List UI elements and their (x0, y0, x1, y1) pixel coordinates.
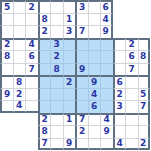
cell-r7c8[interactable] (100, 88, 113, 101)
cell-r2c8[interactable]: 9 (100, 25, 113, 38)
given-digit: 6 (117, 78, 123, 87)
given-digit: 8 (4, 52, 10, 61)
cell-r4c9[interactable] (113, 50, 126, 63)
cell-r5c5[interactable] (63, 63, 76, 76)
cell-r4c3[interactable] (38, 50, 51, 63)
cell-r10c6[interactable]: 2 (75, 125, 88, 138)
cell-r8c4[interactable] (50, 100, 63, 113)
cell-r10c3[interactable]: 8 (38, 125, 51, 138)
cell-r1c3[interactable]: 8 (38, 13, 51, 26)
cell-r1c6[interactable] (75, 13, 88, 26)
cell-r8c11[interactable]: 7 (138, 100, 151, 113)
cell-r8c1[interactable]: 4 (13, 100, 26, 113)
outside-area (113, 25, 126, 38)
cell-r10c10[interactable] (125, 125, 138, 138)
outside-area (125, 13, 138, 26)
given-digit: 4 (29, 40, 35, 49)
cell-r3c9[interactable] (113, 38, 126, 51)
cell-r10c4[interactable] (50, 125, 63, 138)
cell-r6c8[interactable] (100, 75, 113, 88)
cell-r6c4[interactable] (50, 75, 63, 88)
cell-r5c2[interactable]: 7 (25, 63, 38, 76)
cell-r5c8[interactable] (100, 63, 113, 76)
cell-r4c6[interactable] (75, 50, 88, 63)
cell-r8c3[interactable] (38, 100, 51, 113)
cell-r5c10[interactable]: 7 (125, 63, 138, 76)
cell-r2c2[interactable] (25, 25, 38, 38)
cell-r0c8[interactable]: 6 (100, 0, 113, 13)
given-digit: 7 (140, 102, 146, 111)
outside-area (13, 125, 26, 138)
cell-r6c7[interactable]: 9 (88, 75, 101, 88)
cell-r9c11[interactable] (138, 113, 151, 126)
given-digit: 4 (117, 139, 123, 148)
cell-r10c7[interactable] (88, 125, 101, 138)
cell-r7c9[interactable]: 2 (113, 88, 126, 101)
given-digit: 3 (117, 102, 123, 111)
outside-area (138, 0, 151, 13)
given-digit: 8 (42, 127, 48, 136)
cell-r2c0[interactable] (0, 25, 13, 38)
cell-r11c10[interactable] (125, 138, 138, 151)
cell-r9c3[interactable]: 2 (38, 113, 51, 126)
cell-r8c5[interactable] (63, 100, 76, 113)
cell-r4c0[interactable]: 8 (0, 50, 13, 63)
cell-r3c8[interactable] (100, 38, 113, 51)
outside-area (25, 113, 38, 126)
cell-r1c0[interactable] (0, 13, 13, 26)
given-digit: 7 (79, 27, 85, 36)
cell-r0c4[interactable] (50, 0, 63, 13)
cell-r10c11[interactable] (138, 125, 151, 138)
cell-r11c4[interactable] (50, 138, 63, 151)
given-digit: 3 (79, 3, 85, 12)
cell-r10c9[interactable] (113, 125, 126, 138)
given-digit: 5 (140, 90, 146, 99)
outside-area (25, 125, 38, 138)
given-digit: 1 (66, 115, 72, 124)
cell-r11c9[interactable]: 4 (113, 138, 126, 151)
given-digit: 6 (29, 52, 35, 61)
cell-r6c2[interactable] (25, 75, 38, 88)
cell-r6c11[interactable] (138, 75, 151, 88)
cell-r11c3[interactable]: 7 (38, 138, 51, 151)
cell-r8c7[interactable]: 6 (88, 100, 101, 113)
cell-r1c4[interactable] (50, 13, 63, 26)
cell-r6c6[interactable] (75, 75, 88, 88)
cell-r1c2[interactable] (25, 13, 38, 26)
cell-r6c1[interactable]: 8 (13, 75, 26, 88)
cell-r4c4[interactable]: 2 (50, 50, 63, 63)
cell-r5c6[interactable]: 9 (75, 63, 88, 76)
outside-area (125, 0, 138, 13)
cell-r8c2[interactable] (25, 100, 38, 113)
given-digit: 2 (42, 115, 48, 124)
cell-r7c0[interactable]: 9 (0, 88, 13, 101)
cell-r3c7[interactable] (88, 38, 101, 51)
given-digit: 3 (66, 27, 72, 36)
cell-r4c10[interactable]: 6 (125, 50, 138, 63)
cell-r8c0[interactable] (0, 100, 13, 113)
given-digit: 2 (54, 52, 60, 61)
cell-r4c2[interactable]: 6 (25, 50, 38, 63)
given-digit: 2 (29, 3, 35, 12)
cell-r4c5[interactable] (63, 50, 76, 63)
given-digit: 8 (54, 65, 60, 74)
given-digit: 7 (42, 139, 48, 148)
cell-r6c9[interactable]: 6 (113, 75, 126, 88)
outside-area (125, 25, 138, 38)
cell-r0c5[interactable] (63, 0, 76, 13)
outside-area (138, 13, 151, 26)
cell-r0c7[interactable] (88, 0, 101, 13)
sudoku-board: 5236814237924328626878978296924254637217… (0, 0, 150, 150)
given-digit: 2 (16, 90, 22, 99)
given-digit: 2 (42, 27, 48, 36)
given-digit: 6 (103, 3, 109, 12)
cell-r0c2[interactable]: 2 (25, 0, 38, 13)
cell-r0c6[interactable]: 3 (75, 0, 88, 13)
given-digit: 9 (4, 90, 10, 99)
cell-r3c3[interactable] (38, 38, 51, 51)
cell-r5c1[interactable] (13, 63, 26, 76)
given-digit: 4 (91, 90, 97, 99)
outside-area (0, 125, 13, 138)
cell-r7c7[interactable]: 4 (88, 88, 101, 101)
cell-r9c4[interactable] (50, 113, 63, 126)
given-digit: 6 (129, 52, 135, 61)
cell-r7c4[interactable] (50, 88, 63, 101)
cell-r0c0[interactable]: 5 (0, 0, 13, 13)
given-digit: 4 (103, 15, 109, 24)
given-digit: 5 (4, 3, 10, 12)
outside-area (113, 13, 126, 26)
cell-r7c1[interactable]: 2 (13, 88, 26, 101)
cell-r4c7[interactable] (88, 50, 101, 63)
cell-r8c9[interactable]: 3 (113, 100, 126, 113)
cell-r8c8[interactable] (100, 100, 113, 113)
cell-r1c7[interactable] (88, 13, 101, 26)
cell-r6c0[interactable] (0, 75, 13, 88)
cell-r11c7[interactable] (88, 138, 101, 151)
outside-area (0, 138, 13, 151)
given-digit: 2 (79, 127, 85, 136)
cell-r2c5[interactable]: 3 (63, 25, 76, 38)
cell-r11c6[interactable] (75, 138, 88, 151)
cell-r3c2[interactable]: 4 (25, 38, 38, 51)
cell-r9c5[interactable]: 1 (63, 113, 76, 126)
cell-r5c0[interactable] (0, 63, 13, 76)
given-digit: 8 (140, 52, 146, 61)
given-digit: 8 (42, 15, 48, 24)
given-digit: 4 (16, 101, 22, 110)
given-digit: 2 (117, 90, 123, 99)
cell-r10c5[interactable] (63, 125, 76, 138)
outside-area (25, 138, 38, 151)
cell-r4c8[interactable] (100, 50, 113, 63)
cell-r7c6[interactable] (75, 88, 88, 101)
cell-r8c6[interactable] (75, 100, 88, 113)
cell-r3c0[interactable]: 2 (0, 38, 13, 51)
cell-r7c2[interactable] (25, 88, 38, 101)
given-digit: 7 (79, 115, 85, 124)
given-digit: 2 (129, 40, 135, 49)
cell-r2c1[interactable] (13, 25, 26, 38)
cell-r11c8[interactable] (100, 138, 113, 151)
cell-r2c6[interactable]: 7 (75, 25, 88, 38)
cell-r11c11[interactable]: 2 (138, 138, 151, 151)
given-digit: 9 (103, 27, 109, 36)
cell-r2c4[interactable] (50, 25, 63, 38)
cell-r6c3[interactable] (38, 75, 51, 88)
cell-r1c8[interactable]: 4 (100, 13, 113, 26)
cell-r9c9[interactable] (113, 113, 126, 126)
given-digit: 2 (4, 40, 10, 49)
cell-r1c1[interactable] (13, 13, 26, 26)
given-digit: 9 (104, 127, 110, 136)
given-digit: 6 (91, 102, 97, 111)
cell-r9c7[interactable] (88, 113, 101, 126)
given-digit: 7 (29, 65, 35, 74)
given-digit: 9 (79, 65, 85, 74)
cell-r9c6[interactable]: 7 (75, 113, 88, 126)
cell-r9c10[interactable] (125, 113, 138, 126)
given-digit: 3 (54, 40, 60, 49)
outside-area (113, 0, 126, 13)
cell-r3c10[interactable]: 2 (125, 38, 138, 51)
cell-r3c5[interactable] (63, 38, 76, 51)
cell-r0c3[interactable] (38, 0, 51, 13)
given-digit: 2 (140, 139, 146, 148)
cell-r10c8[interactable]: 9 (100, 125, 113, 138)
given-digit: 2 (66, 78, 72, 87)
cell-r11c5[interactable]: 9 (63, 138, 76, 151)
outside-area (13, 138, 26, 151)
cell-r7c10[interactable] (125, 88, 138, 101)
cell-r8c10[interactable] (125, 100, 138, 113)
cell-r7c5[interactable] (63, 88, 76, 101)
cell-r3c11[interactable] (138, 38, 151, 51)
outside-area (13, 113, 26, 126)
outside-area (0, 113, 13, 126)
cell-r3c4[interactable]: 3 (50, 38, 63, 51)
given-digit: 8 (16, 78, 22, 87)
cell-r7c11[interactable]: 5 (138, 88, 151, 101)
given-digit: 7 (129, 65, 135, 74)
cell-r4c1[interactable] (13, 50, 26, 63)
cell-r5c11[interactable] (138, 63, 151, 76)
cell-r5c9[interactable] (113, 63, 126, 76)
cell-r5c4[interactable]: 8 (50, 63, 63, 76)
given-digit: 1 (66, 15, 72, 24)
cell-r6c5[interactable]: 2 (63, 75, 76, 88)
outside-area (138, 25, 151, 38)
cell-r3c1[interactable] (13, 38, 26, 51)
given-digit: 9 (91, 78, 97, 87)
cell-r0c1[interactable] (13, 0, 26, 13)
cell-r7c3[interactable] (38, 88, 51, 101)
given-digit: 9 (66, 139, 72, 148)
cell-r9c8[interactable]: 4 (100, 113, 113, 126)
cell-r6c10[interactable] (125, 75, 138, 88)
cell-r5c3[interactable] (38, 63, 51, 76)
given-digit: 4 (104, 115, 110, 124)
cell-r5c7[interactable] (88, 63, 101, 76)
cell-r2c3[interactable]: 2 (38, 25, 51, 38)
cell-r3c6[interactable] (75, 38, 88, 51)
cell-r1c5[interactable]: 1 (63, 13, 76, 26)
cell-r2c7[interactable] (88, 25, 101, 38)
cell-r4c11[interactable]: 8 (138, 50, 151, 63)
